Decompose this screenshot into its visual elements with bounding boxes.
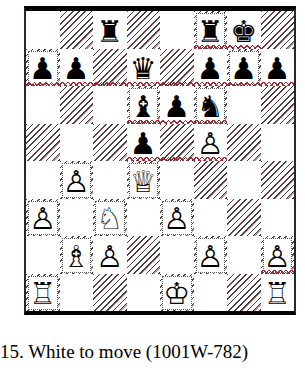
square-c3: ♘ [93, 199, 127, 237]
square-e6: ♟ [160, 86, 194, 124]
square-c1 [93, 274, 127, 312]
square-a5 [26, 124, 60, 162]
red-scan-mark [227, 82, 261, 86]
caption: 15. White to move (1001W-782) [0, 341, 305, 363]
piece-white-pawn: ♙ [194, 124, 228, 162]
square-a4 [26, 161, 60, 199]
chess-board: ♜♜♚♟♟♛♟♟♟♝♟♞♟♙♙♕♙♘♙♗♙♙♙♖♔♖ [26, 11, 294, 311]
square-b3 [60, 199, 94, 237]
piece-black-pawn: ♟ [194, 49, 228, 87]
red-scan-mark [261, 270, 295, 274]
square-b8 [60, 11, 94, 49]
square-a7: ♟ [26, 49, 60, 87]
square-e8 [160, 11, 194, 49]
square-d1 [127, 274, 161, 312]
square-c7 [93, 49, 127, 87]
square-c8: ♜ [93, 11, 127, 49]
square-g1 [227, 274, 261, 312]
piece-white-knight: ♘ [93, 199, 127, 237]
square-d4: ♕ [127, 161, 161, 199]
square-f7: ♟ [194, 49, 228, 87]
piece-black-queen: ♛ [127, 49, 161, 87]
piece-white-pawn: ♙ [194, 236, 228, 274]
square-h5 [261, 124, 295, 162]
square-d3 [127, 199, 161, 237]
square-g8: ♚ [227, 11, 261, 49]
square-c2: ♙ [93, 236, 127, 274]
square-h3 [261, 199, 295, 237]
square-c5 [93, 124, 127, 162]
red-scan-mark [60, 82, 94, 86]
square-g7: ♟ [227, 49, 261, 87]
square-b6 [60, 86, 94, 124]
square-c4 [93, 161, 127, 199]
square-b2: ♗ [60, 236, 94, 274]
piece-white-rook: ♖ [26, 274, 60, 312]
piece-white-pawn: ♙ [160, 199, 194, 237]
piece-black-knight: ♞ [194, 86, 228, 124]
square-f2: ♙ [194, 236, 228, 274]
piece-white-pawn: ♙ [26, 199, 60, 237]
square-h7: ♟ [261, 49, 295, 87]
square-e1: ♔ [160, 274, 194, 312]
square-a6 [26, 86, 60, 124]
red-scan-mark [127, 120, 161, 124]
square-c6 [93, 86, 127, 124]
piece-black-pawn: ♟ [160, 86, 194, 124]
red-scan-mark [26, 82, 60, 86]
piece-black-pawn: ♟ [261, 49, 295, 87]
square-d8 [127, 11, 161, 49]
red-scan-mark [127, 157, 161, 161]
square-d2 [127, 236, 161, 274]
board-frame: ♜♜♚♟♟♛♟♟♟♝♟♞♟♙♙♕♙♘♙♗♙♙♙♖♔♖ [24, 6, 296, 315]
square-g6 [227, 86, 261, 124]
square-h6 [261, 86, 295, 124]
square-d7: ♛ [127, 49, 161, 87]
red-scan-mark [194, 120, 228, 124]
red-scan-mark [194, 157, 228, 161]
square-b1 [60, 274, 94, 312]
square-f4 [194, 161, 228, 199]
page: ♜♜♚♟♟♛♟♟♟♝♟♞♟♙♙♕♙♘♙♗♙♙♙♖♔♖ 15. White to … [0, 0, 305, 372]
piece-white-bishop: ♗ [60, 236, 94, 274]
piece-white-pawn: ♙ [93, 236, 127, 274]
square-f5: ♙ [194, 124, 228, 162]
square-f6: ♞ [194, 86, 228, 124]
square-g4 [227, 161, 261, 199]
square-d6: ♝ [127, 86, 161, 124]
square-b5 [60, 124, 94, 162]
square-g3 [227, 199, 261, 237]
square-f1 [194, 274, 228, 312]
red-scan-mark [93, 82, 127, 86]
piece-black-pawn: ♟ [60, 49, 94, 87]
red-scan-mark [261, 82, 295, 86]
square-e4 [160, 161, 194, 199]
piece-black-rook: ♜ [93, 11, 127, 49]
square-h1: ♖ [261, 274, 295, 312]
square-h2: ♙ [261, 236, 295, 274]
square-a8 [26, 11, 60, 49]
square-e7 [160, 49, 194, 87]
red-scan-mark [127, 82, 161, 86]
piece-white-queen: ♕ [127, 161, 161, 199]
red-scan-mark [227, 45, 261, 49]
piece-black-bishop: ♝ [127, 86, 161, 124]
square-a2 [26, 236, 60, 274]
square-f3 [194, 199, 228, 237]
red-scan-mark [160, 157, 194, 161]
piece-black-pawn: ♟ [26, 49, 60, 87]
square-g2 [227, 236, 261, 274]
red-scan-mark [194, 82, 228, 86]
square-e5 [160, 124, 194, 162]
square-e3: ♙ [160, 199, 194, 237]
piece-black-rook: ♜ [194, 11, 228, 49]
piece-white-pawn: ♙ [261, 236, 295, 274]
square-a1: ♖ [26, 274, 60, 312]
square-f8: ♜ [194, 11, 228, 49]
square-d5: ♟ [127, 124, 161, 162]
square-b7: ♟ [60, 49, 94, 87]
piece-black-pawn: ♟ [227, 49, 261, 87]
piece-white-king: ♔ [160, 274, 194, 312]
square-g5 [227, 124, 261, 162]
red-scan-mark [160, 82, 194, 86]
red-scan-mark [194, 45, 228, 49]
square-e2 [160, 236, 194, 274]
square-b4: ♙ [60, 161, 94, 199]
piece-black-pawn: ♟ [127, 124, 161, 162]
square-h8 [261, 11, 295, 49]
piece-black-king: ♚ [227, 11, 261, 49]
square-h4 [261, 161, 295, 199]
piece-white-pawn: ♙ [60, 161, 94, 199]
piece-white-rook: ♖ [261, 274, 295, 312]
square-a3: ♙ [26, 199, 60, 237]
red-scan-mark [160, 120, 194, 124]
